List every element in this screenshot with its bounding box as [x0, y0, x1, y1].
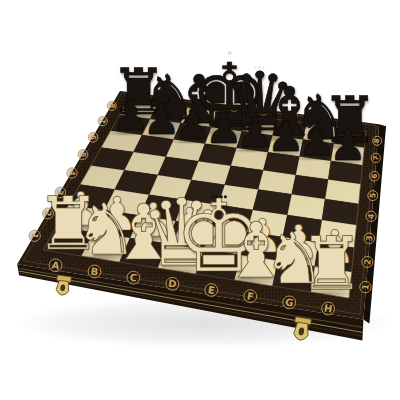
white-rook-glyph: ♜	[299, 227, 364, 301]
black-queen-crown-accent	[254, 66, 265, 69]
white-king-crown-accent	[211, 195, 228, 198]
piece-white-rook-h1[interactable]: ♜	[299, 227, 364, 301]
black-pawn-glyph: ♟	[329, 124, 367, 167]
black-king-crown-accent	[227, 51, 231, 55]
piece-black-pawn-h7[interactable]: ♟	[329, 124, 367, 167]
brass-latch-1[interactable]	[55, 275, 72, 296]
chess-set-photo: AABBCCDDEEFFGGHH8877665544332211 ♜♞♝♚♛♝♞…	[0, 0, 400, 400]
